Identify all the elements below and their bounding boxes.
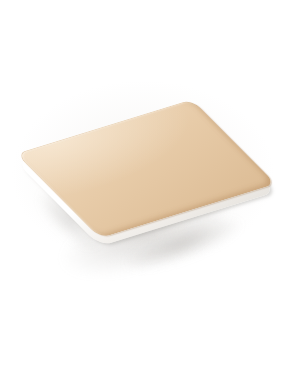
product-photo-muffin-pan	[0, 0, 286, 370]
